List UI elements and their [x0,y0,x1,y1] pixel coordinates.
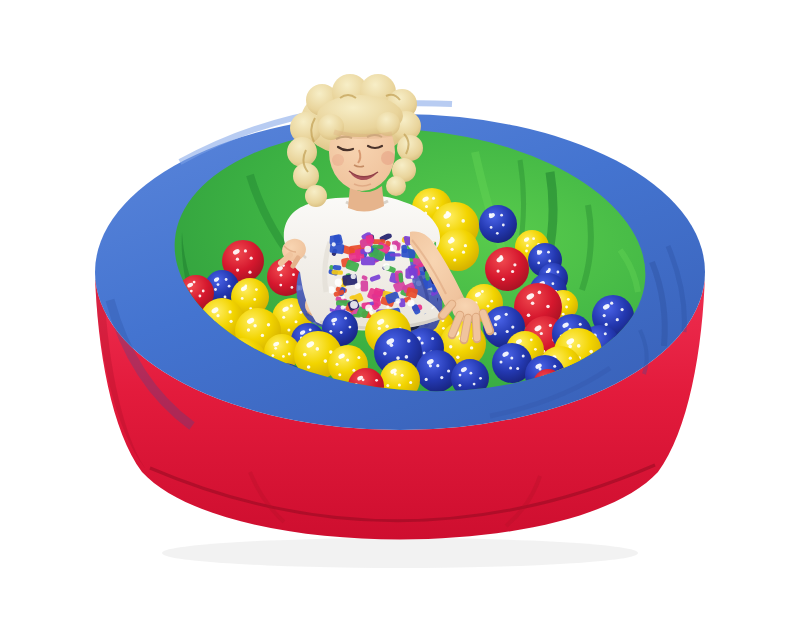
ground-shadow [162,538,638,568]
child-head [287,74,423,212]
ball-red [485,247,529,291]
ball-pool-photo [0,0,800,624]
cheek-blush [381,151,395,165]
ball-blue [479,205,517,243]
photo-stage [0,0,800,624]
liner-fold [548,172,553,256]
ball-blue [416,350,458,392]
